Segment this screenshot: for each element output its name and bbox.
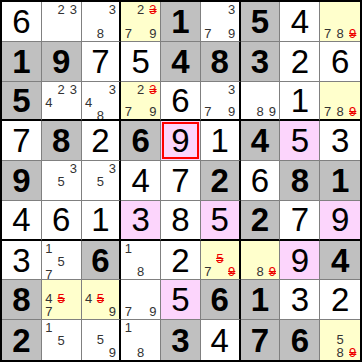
given-digit: 9 [52,45,70,78]
candidate: 7 [43,305,55,318]
given-digit: 8 [12,283,30,316]
cell-r6c4[interactable]: 3 [121,201,161,241]
empty-candidate-slot [254,242,266,254]
cell-r5c8[interactable]: 8 [280,161,320,201]
empty-candidate-slot [55,16,67,28]
candidate: 7 [202,27,214,40]
cell-r9c9[interactable]: 589 [320,320,360,360]
cell-r5c2[interactable]: 35 [42,161,82,201]
empty-candidate-slot [346,83,359,94]
candidate: 8 [334,27,347,40]
empty-candidate-slot [135,27,147,40]
candidate: 3 [67,83,79,96]
cell-r6c2[interactable]: 6 [42,201,82,241]
given-digit: 4 [331,244,349,277]
candidate: 8 [254,105,266,118]
empty-candidate-slot [106,27,118,40]
candidate-grid: 23 [43,3,80,40]
empty-candidate-slot [67,109,79,119]
empty-candidate-slot [334,3,347,15]
empty-candidate-slot [106,16,118,27]
candidate: 8 [94,109,106,122]
empty-candidate-slot [67,334,79,347]
empty-candidate-slot [106,109,118,122]
cell-r3c4[interactable]: 2379 [121,82,161,122]
cell-r4c1[interactable]: 7 [2,121,42,161]
solved-digit: 2 [91,124,109,157]
cell-r9c3[interactable]: 59 [82,320,122,360]
empty-candidate-slot [122,265,134,278]
solved-digit: 6 [251,164,269,197]
candidate-grid: 157 [43,242,80,279]
candidate: 7 [321,105,334,118]
empty-candidate-slot [334,15,347,27]
cell-r5c6[interactable]: 2 [201,161,241,201]
cell-r8c3[interactable]: 459 [82,280,122,320]
empty-candidate-slot [122,334,134,346]
empty-candidate-slot [135,281,147,293]
cell-r3c1[interactable]: 5 [2,82,42,122]
empty-candidate-slot [147,265,159,278]
cell-r4c8[interactable]: 5 [280,121,320,161]
solved-digit: 3 [331,124,349,157]
candidate-grid: 38 [83,3,119,40]
candidate: 1 [43,242,55,255]
solved-digit: 5 [211,203,229,236]
cell-r4c9[interactable]: 3 [320,121,360,161]
empty-candidate-slot [43,3,55,16]
cell-r4c2[interactable]: 8 [42,121,82,161]
candidate: 3 [67,162,79,175]
empty-candidate-slot [266,242,278,254]
candidate: 7 [122,27,134,40]
candidate-grid: 35 [43,162,80,199]
cell-r2c2[interactable]: 9 [42,42,82,82]
eliminated-candidate: 9 [226,265,238,278]
cell-r2c1[interactable]: 1 [2,42,42,82]
empty-candidate-slot [94,96,106,109]
cell-r7c9[interactable]: 4 [320,241,360,281]
cell-r4c7[interactable]: 4 [241,121,281,161]
empty-candidate-slot [55,188,67,199]
solved-digit: 3 [291,283,309,316]
candidate: 8 [254,265,266,278]
solved-digit: 4 [12,203,30,236]
cell-r3c9[interactable]: 789 [320,82,360,122]
cell-r7c4[interactable]: 18 [121,241,161,281]
empty-candidate-slot [202,242,214,253]
solved-digit: 9 [171,124,189,157]
cell-r8c7[interactable]: 1 [241,280,281,320]
candidate-grid: 579 [202,242,238,279]
cell-r6c5[interactable]: 8 [161,201,201,241]
cell-r7c3[interactable]: 6 [82,241,122,281]
cell-r8c6[interactable]: 6 [201,280,241,320]
empty-candidate-slot [43,28,55,40]
candidate-grid: 79 [122,281,159,318]
sudoku-board: 6233823791379547891975483265234348237963… [0,0,362,362]
empty-candidate-slot [214,16,226,27]
empty-candidate-slot [83,321,95,333]
eliminated-candidate: 9 [346,27,359,40]
candidate-grid: 589 [321,321,359,359]
empty-candidate-slot [43,255,55,268]
empty-candidate-slot [83,109,95,122]
given-digit: 1 [171,5,189,38]
cell-r1c7[interactable]: 5 [241,2,281,42]
candidate: 8 [94,27,106,40]
solved-digit: 7 [91,45,109,78]
cell-r9c7[interactable]: 7 [241,320,281,360]
given-digit: 1 [251,283,269,316]
empty-candidate-slot [147,281,159,293]
cell-r6c9[interactable]: 9 [320,201,360,241]
empty-candidate-slot [321,333,334,346]
solved-digit: 4 [291,5,309,38]
empty-candidate-slot [83,83,95,96]
empty-candidate-slot [43,188,55,199]
cell-r6c1[interactable]: 4 [2,201,42,241]
empty-candidate-slot [55,305,67,318]
empty-candidate-slot [321,321,334,333]
candidate-grid: 18 [122,321,159,359]
cell-r3c7[interactable]: 89 [241,82,281,122]
empty-candidate-slot [242,242,254,254]
empty-candidate-slot [266,83,278,94]
cell-r7c6[interactable]: 579 [201,241,241,281]
empty-candidate-slot [43,175,55,188]
cell-r7c2[interactable]: 157 [42,241,82,281]
empty-candidate-slot [67,255,79,268]
empty-candidate-slot [214,96,226,106]
cell-r4c6[interactable]: 1 [201,121,241,161]
candidate: 2 [135,3,147,16]
empty-candidate-slot [147,242,159,255]
cell-r8c4[interactable]: 79 [121,280,161,320]
candidate-grid: 59 [83,321,119,359]
cell-r9c2[interactable]: 15 [42,320,82,360]
cell-r9c8[interactable]: 6 [280,320,320,360]
solved-digit: 6 [331,45,349,78]
cell-r8c1[interactable]: 8 [2,280,42,320]
candidate: 3 [106,162,118,175]
empty-candidate-slot [122,346,134,359]
given-digit: 8 [211,45,229,78]
given-digit: 2 [12,324,30,357]
cell-r4c5[interactable]: 9 [161,121,201,161]
cell-r3c8[interactable]: 1 [280,82,320,122]
empty-candidate-slot [242,265,254,278]
candidate-grid: 459 [83,281,119,318]
cell-r5c4[interactable]: 4 [121,161,161,201]
cell-r7c5[interactable]: 2 [161,241,201,281]
solved-digit: 4 [211,324,229,357]
empty-candidate-slot [214,105,226,118]
eliminated-candidate: 9 [266,265,278,278]
empty-candidate-slot [214,27,226,40]
empty-candidate-slot [242,83,254,94]
candidate-grid: 2379 [122,3,159,40]
empty-candidate-slot [55,242,67,255]
candidate: 4 [83,96,95,109]
candidate: 2 [55,3,67,16]
empty-candidate-slot [94,305,106,318]
empty-candidate-slot [67,268,79,281]
empty-candidate-slot [67,347,79,359]
empty-candidate-slot [67,175,79,188]
candidate: 5 [55,255,67,268]
eliminated-candidate: 5 [94,292,106,305]
candidate: 7 [122,105,134,118]
empty-candidate-slot [135,321,147,334]
given-digit: 3 [251,45,269,78]
candidate: 9 [147,105,159,118]
empty-candidate-slot [122,281,134,293]
empty-candidate-slot [67,242,79,255]
cell-r6c8[interactable]: 7 [280,201,320,241]
cell-r2c4[interactable]: 5 [121,42,161,82]
candidate: 9 [147,305,159,318]
cell-r4c4[interactable]: 6 [121,121,161,161]
cell-r3c6[interactable]: 379 [201,82,241,122]
solved-digit: 3 [132,203,150,236]
candidate: 8 [135,265,147,278]
solved-digit: 5 [171,283,189,316]
given-digit: 6 [132,124,150,157]
solved-digit: 1 [91,203,109,236]
candidate: 7 [122,305,134,318]
cell-r9c1[interactable]: 2 [2,320,42,360]
candidate: 8 [334,346,347,359]
cell-r1c1[interactable]: 6 [2,2,42,42]
cell-r4c3[interactable]: 2 [82,121,122,161]
empty-candidate-slot [83,162,95,175]
candidate: 9 [147,27,159,40]
empty-candidate-slot [202,83,214,96]
candidate-grid: 379 [202,83,238,119]
eliminated-candidate: 9 [346,105,359,118]
cell-r3c2[interactable]: 234 [42,82,82,122]
empty-candidate-slot [346,321,359,333]
cell-r1c6[interactable]: 379 [201,2,241,42]
solved-digit: 9 [331,203,349,236]
empty-candidate-slot [43,334,55,347]
empty-candidate-slot [346,15,359,27]
empty-candidate-slot [94,83,106,96]
empty-candidate-slot [106,281,118,292]
candidate: 4 [83,292,95,305]
empty-candidate-slot [83,27,95,40]
cell-r1c8[interactable]: 4 [280,2,320,42]
empty-candidate-slot [67,281,79,292]
cell-r2c3[interactable]: 7 [82,42,122,82]
cell-r5c5[interactable]: 7 [161,161,201,201]
empty-candidate-slot [43,109,55,119]
candidate: 3 [67,3,79,16]
candidate: 8 [135,346,147,359]
solved-digit: 5 [291,124,309,157]
cell-r2c8[interactable]: 2 [280,42,320,82]
empty-candidate-slot [43,83,55,96]
candidate: 1 [122,321,134,334]
given-digit: 5 [12,84,30,117]
empty-candidate-slot [242,105,254,118]
given-digit: 6 [211,283,229,316]
solved-digit: 7 [291,203,309,236]
solved-digit: 1 [211,124,229,157]
empty-candidate-slot [83,3,95,16]
solved-digit: 6 [12,5,30,38]
given-digit: 3 [171,324,189,357]
empty-candidate-slot [321,83,334,94]
given-digit: 2 [211,164,229,197]
candidate: 3 [226,83,238,96]
solved-digit: 7 [171,164,189,197]
solved-digit: 2 [171,244,189,277]
candidate: 5 [94,333,106,346]
cell-r3c3[interactable]: 348 [82,82,122,122]
empty-candidate-slot [135,16,147,27]
empty-candidate-slot [43,347,55,359]
empty-candidate-slot [214,265,226,278]
candidate: 3 [226,3,238,16]
cell-r1c2[interactable]: 23 [42,2,82,42]
cell-r1c5[interactable]: 1 [161,2,201,42]
cell-r2c9[interactable]: 6 [320,42,360,82]
solved-digit: 2 [331,283,349,316]
cell-r1c3[interactable]: 38 [82,2,122,42]
empty-candidate-slot [202,3,214,16]
empty-candidate-slot [334,83,347,94]
empty-candidate-slot [83,175,95,188]
candidate-grid: 789 [321,3,359,40]
empty-candidate-slot [226,242,238,253]
given-digit: 9 [12,164,30,197]
given-digit: 8 [291,164,309,197]
cell-r6c7[interactable]: 2 [241,201,281,241]
empty-candidate-slot [67,16,79,28]
given-digit: 1 [331,164,349,197]
candidate: 7 [202,265,214,278]
empty-candidate-slot [147,321,159,334]
eliminated-candidate: 3 [147,83,159,96]
eliminated-candidate: 9 [346,346,359,359]
empty-candidate-slot [67,292,79,305]
empty-candidate-slot [346,3,359,15]
cell-r8c8[interactable]: 3 [280,280,320,320]
empty-candidate-slot [135,293,147,305]
cell-r7c1[interactable]: 3 [2,241,42,281]
given-digit: 8 [52,124,70,157]
candidate-grid: 18 [122,242,159,279]
candidate-grid: 15 [43,321,80,359]
candidate: 3 [106,3,118,16]
empty-candidate-slot [55,28,67,40]
candidate: 3 [106,83,118,96]
cell-r6c3[interactable]: 1 [82,201,122,241]
cell-r2c7[interactable]: 3 [241,42,281,82]
cell-r1c9[interactable]: 789 [320,2,360,42]
empty-candidate-slot [122,83,134,96]
cell-r5c3[interactable]: 35 [82,161,122,201]
empty-candidate-slot [254,83,266,94]
empty-candidate-slot [94,3,106,16]
cell-r8c5[interactable]: 5 [161,280,201,320]
candidate-grid: 89 [242,242,279,279]
candidate-grid: 789 [321,83,359,119]
candidate: 9 [106,346,118,359]
cell-r1c4[interactable]: 2379 [121,2,161,42]
empty-candidate-slot [67,321,79,334]
given-digit: 1 [12,45,30,78]
empty-candidate-slot [214,83,226,96]
cell-r2c5[interactable]: 4 [161,42,201,82]
candidate: 9 [106,305,118,318]
solved-digit: 3 [12,244,30,277]
cell-r9c5[interactable]: 3 [161,320,201,360]
empty-candidate-slot [67,305,79,318]
candidate: 2 [135,83,147,96]
candidate-grid: 348 [83,83,119,119]
candidate-grid: 457 [43,281,80,318]
cell-r7c8[interactable]: 9 [280,241,320,281]
candidate: 9 [226,27,238,40]
empty-candidate-slot [94,346,106,359]
cell-r3c5[interactable]: 6 [161,82,201,122]
empty-candidate-slot [43,16,55,28]
empty-candidate-slot [321,15,334,27]
cell-r2c6[interactable]: 8 [201,42,241,82]
empty-candidate-slot [106,188,118,199]
solved-digit: 4 [132,164,150,197]
empty-candidate-slot [83,305,95,318]
cell-r8c2[interactable]: 457 [42,280,82,320]
empty-candidate-slot [135,305,147,318]
empty-candidate-slot [321,346,334,359]
cell-r5c7[interactable]: 6 [241,161,281,201]
eliminated-candidate: 5 [55,292,67,305]
empty-candidate-slot [55,96,67,109]
empty-candidate-slot [83,333,95,346]
given-digit: 6 [291,324,309,357]
empty-candidate-slot [83,16,95,27]
cell-r9c4[interactable]: 18 [121,320,161,360]
solved-digit: 9 [291,244,309,277]
candidate: 1 [122,242,134,255]
cell-r5c9[interactable]: 1 [320,161,360,201]
candidate-grid: 35 [83,162,119,199]
cell-r7c7[interactable]: 89 [241,241,281,281]
cell-r6c6[interactable]: 5 [201,201,241,241]
candidate: 7 [43,268,55,281]
cell-r9c6[interactable]: 4 [201,320,241,360]
empty-candidate-slot [55,109,67,119]
empty-candidate-slot [122,255,134,266]
candidate: 5 [55,334,67,347]
empty-candidate-slot [106,321,118,333]
empty-candidate-slot [321,3,334,15]
solved-digit: 7 [12,124,30,157]
empty-candidate-slot [67,96,79,109]
empty-candidate-slot [43,162,55,175]
empty-candidate-slot [242,254,254,266]
candidate: 5 [55,175,67,188]
cell-r5c1[interactable]: 9 [2,161,42,201]
empty-candidate-slot [83,346,95,359]
candidate: 9 [226,105,238,118]
cell-r8c9[interactable]: 2 [320,280,360,320]
candidate: 9 [266,105,278,118]
